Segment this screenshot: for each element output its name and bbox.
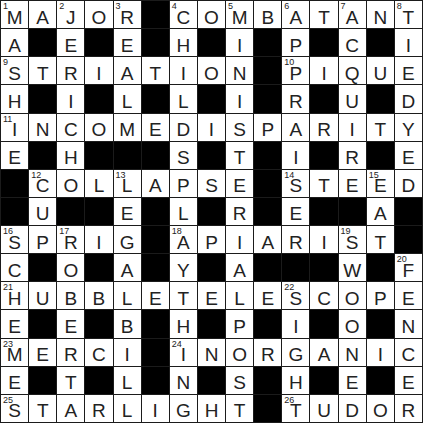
cell-letter: I [237,31,242,55]
grid-cell[interactable]: M [114,114,142,142]
grid-cell[interactable]: T [142,57,170,85]
grid-cell[interactable]: R [282,85,310,113]
block-cell [254,367,282,395]
cell-letter: H [289,368,303,392]
grid-cell[interactable]: T [29,395,57,423]
block-cell [114,142,142,170]
grid-cell[interactable]: R [226,198,254,226]
grid-cell[interactable]: I [282,310,310,338]
cell-letter: N [233,59,247,83]
cell-letter: O [204,59,219,83]
cell-letter: I [321,228,326,252]
grid-cell[interactable]: T [310,170,338,198]
cell-letter: E [8,368,21,392]
cell-letter: L [178,199,189,223]
grid-cell[interactable]: P [170,170,198,198]
grid-cell[interactable]: R [339,142,367,170]
grid-cell[interactable]: C [310,282,338,310]
grid-cell[interactable]: L [85,170,113,198]
cell-letter: E [121,199,134,223]
grid-cell[interactable]: E [142,282,170,310]
cell-letter: E [402,284,415,308]
cell-letter: A [64,396,77,420]
grid-cell[interactable]: C [85,339,113,367]
grid-cell[interactable]: E [282,198,310,226]
grid-cell[interactable]: P [29,226,57,254]
crossword-grid: 1MA2JO3R4CO5MB6AT7AN8TAEEHIPCI9STRIATION… [0,0,423,423]
clue-number: 3 [116,2,121,11]
grid-cell[interactable]: 3R [114,1,142,29]
block-cell [254,29,282,57]
grid-cell[interactable]: O [339,282,367,310]
grid-cell[interactable]: A [367,198,395,226]
grid-cell[interactable]: A [226,254,254,282]
cell-letter: P [177,171,190,195]
block-cell [85,29,113,57]
grid-cell[interactable]: I [114,339,142,367]
block-cell [29,142,57,170]
grid-cell[interactable]: I [282,142,310,170]
grid-cell[interactable]: U [29,282,57,310]
grid-cell[interactable]: R [57,339,85,367]
clue-number: 6 [284,2,289,11]
cell-letter: T [37,59,49,83]
block-cell [254,395,282,423]
block-cell [1,198,29,226]
cell-letter: H [176,312,190,336]
grid-cell[interactable]: L [170,198,198,226]
grid-cell[interactable]: E [395,282,423,310]
grid-cell[interactable]: E [254,282,282,310]
grid-cell[interactable]: R [57,57,85,85]
block-cell [254,57,282,85]
grid-cell[interactable]: Q [339,57,367,85]
cell-letter: O [345,312,360,336]
grid-cell[interactable]: 2J [57,1,85,29]
cell-letter: H [8,87,22,111]
cell-letter: A [318,340,331,364]
grid-cell[interactable]: A [1,29,29,57]
grid-cell[interactable]: P [282,29,310,57]
grid-cell[interactable]: E [142,114,170,142]
grid-cell[interactable]: E [1,367,29,395]
grid-cell[interactable]: I [226,226,254,254]
grid-cell[interactable]: U [29,198,57,226]
grid-cell[interactable]: C [57,114,85,142]
grid-cell[interactable]: I [395,29,423,57]
grid-cell[interactable]: N [226,57,254,85]
grid-cell[interactable]: G [170,395,198,423]
grid-cell[interactable]: U [310,395,338,423]
cell-letter: A [290,3,303,27]
grid-cell[interactable]: I [57,85,85,113]
grid-cell[interactable]: S [170,142,198,170]
grid-cell[interactable]: E [1,142,29,170]
cell-letter: U [373,59,387,83]
grid-cell[interactable]: H [57,142,85,170]
cell-letter: B [93,284,106,308]
clue-number: 9 [3,58,8,67]
grid-cell[interactable]: T [57,367,85,395]
grid-cell[interactable]: O [198,57,226,85]
grid-cell[interactable]: 9S [1,57,29,85]
cell-letter: E [8,312,21,336]
cell-letter: R [64,340,78,364]
grid-cell[interactable]: E [339,170,367,198]
grid-cell[interactable]: 8T [395,1,423,29]
clue-number: 23 [3,340,13,349]
grid-cell[interactable]: H [170,29,198,57]
grid-cell[interactable]: N [367,1,395,29]
grid-cell[interactable]: H [170,310,198,338]
grid-cell[interactable]: T [226,395,254,423]
cell-letter: D [402,87,416,111]
block-cell [198,85,226,113]
cell-letter: G [120,228,135,252]
grid-cell[interactable]: Y [170,254,198,282]
cell-letter: S [233,368,246,392]
grid-cell[interactable]: B [57,282,85,310]
cell-letter: C [402,340,416,364]
grid-cell[interactable]: 6A [282,1,310,29]
block-cell [367,85,395,113]
grid-cell[interactable]: L [114,395,142,423]
block-cell [282,254,310,282]
grid-cell[interactable]: Y [395,114,423,142]
block-cell [254,198,282,226]
grid-cell[interactable]: E [1,310,29,338]
block-cell [198,29,226,57]
grid-cell[interactable]: 19S [339,226,367,254]
grid-cell[interactable]: 11I [1,114,29,142]
grid-cell[interactable]: T [29,57,57,85]
grid-cell[interactable]: H [282,367,310,395]
clue-number: 5 [228,2,233,11]
grid-cell[interactable]: A [29,1,57,29]
cell-letter: I [321,59,326,83]
grid-cell[interactable]: L [114,367,142,395]
grid-cell[interactable]: E [339,367,367,395]
cell-letter: R [289,87,303,111]
cell-letter: C [8,256,22,280]
grid-cell[interactable]: U [339,85,367,113]
grid-cell[interactable]: 4C [170,1,198,29]
grid-cell[interactable]: L [170,85,198,113]
grid-cell[interactable]: 13L [114,170,142,198]
clue-number: 14 [284,171,294,180]
grid-cell[interactable]: 20F [395,254,423,282]
cell-letter: U [36,284,50,308]
cell-letter: R [120,3,134,27]
cell-letter: E [402,143,415,167]
grid-cell[interactable]: G [114,226,142,254]
cell-letter: R [233,199,247,223]
block-cell [198,310,226,338]
grid-cell[interactable]: O [85,1,113,29]
grid-cell[interactable]: 17R [57,226,85,254]
cell-letter: T [178,284,190,308]
grid-cell[interactable]: L [226,282,254,310]
grid-cell[interactable]: H [1,85,29,113]
grid-cell[interactable]: T [170,282,198,310]
cell-letter: I [293,143,298,167]
cell-letter: T [149,59,161,83]
grid-cell[interactable]: I [310,57,338,85]
block-cell [85,254,113,282]
grid-cell[interactable]: A [57,395,85,423]
grid-cell[interactable]: R [282,226,310,254]
grid-cell[interactable]: A [282,114,310,142]
block-cell [29,310,57,338]
grid-cell[interactable]: D [395,170,423,198]
cell-letter: T [65,368,77,392]
block-cell [142,367,170,395]
block-cell [85,85,113,113]
grid-cell[interactable]: A [310,339,338,367]
grid-cell[interactable]: 12C [29,170,57,198]
grid-cell[interactable]: I [310,226,338,254]
cell-letter: E [346,368,359,392]
grid-cell[interactable]: 25S [1,395,29,423]
cell-letter: N [176,368,190,392]
grid-cell[interactable]: R [395,395,423,423]
cell-letter: S [177,143,190,167]
grid-cell[interactable]: R [254,339,282,367]
grid-cell[interactable]: 14S [282,170,310,198]
cell-letter: I [237,87,242,111]
block-cell [254,142,282,170]
cell-letter: Q [345,59,360,83]
grid-cell[interactable]: P [367,282,395,310]
grid-cell[interactable]: 22S [282,282,310,310]
grid-cell[interactable]: A [142,170,170,198]
grid-cell[interactable]: I [170,57,198,85]
grid-cell[interactable]: 15E [367,170,395,198]
clue-number: 8 [397,2,402,11]
grid-cell[interactable]: B [254,1,282,29]
grid-cell[interactable]: A [114,57,142,85]
grid-cell[interactable]: I [339,114,367,142]
grid-cell[interactable]: 1M [1,1,29,29]
grid-cell[interactable]: N [395,310,423,338]
grid-cell[interactable]: I [226,29,254,57]
cell-letter: L [122,284,133,308]
grid-cell[interactable]: N [29,114,57,142]
clue-number: 1 [3,2,8,11]
block-cell [198,367,226,395]
grid-cell[interactable]: O [226,339,254,367]
cell-letter: P [36,228,49,252]
cell-letter: H [64,143,78,167]
cell-letter: E [36,340,49,364]
block-cell [29,85,57,113]
cell-letter: J [66,3,76,27]
grid-cell[interactable]: E [395,57,423,85]
grid-cell[interactable]: T [367,114,395,142]
grid-cell[interactable]: 21H [1,282,29,310]
grid-cell[interactable]: N [339,339,367,367]
clue-number: 19 [341,227,351,236]
block-cell [367,254,395,282]
grid-cell[interactable]: I [142,395,170,423]
cell-letter: A [290,115,303,139]
grid-cell[interactable]: E [226,170,254,198]
grid-cell[interactable]: G [282,339,310,367]
cell-letter: I [378,340,383,364]
grid-cell[interactable]: 5M [226,1,254,29]
grid-cell[interactable]: 23M [1,339,29,367]
cell-letter: I [153,396,158,420]
grid-cell[interactable]: O [367,395,395,423]
cell-letter: A [121,59,134,83]
cell-letter: I [181,59,186,83]
grid-cell[interactable]: E [114,198,142,226]
cell-letter: G [289,340,304,364]
grid-cell[interactable]: 10P [282,57,310,85]
grid-cell[interactable]: S [198,170,226,198]
block-cell [254,310,282,338]
cell-letter: B [121,312,134,336]
grid-cell[interactable]: E [114,29,142,57]
grid-cell[interactable]: I [198,114,226,142]
cell-letter: S [233,115,246,139]
grid-cell[interactable]: U [367,57,395,85]
grid-cell[interactable]: O [57,254,85,282]
cell-letter: B [261,3,274,27]
cell-letter: R [317,115,331,139]
cell-letter: T [234,396,246,420]
grid-cell[interactable]: T [226,142,254,170]
grid-cell[interactable]: E [57,29,85,57]
grid-cell[interactable]: O [57,170,85,198]
cell-letter: O [92,3,107,27]
cell-letter: I [96,228,101,252]
cell-letter: I [12,115,17,139]
grid-cell[interactable]: L [114,282,142,310]
grid-cell[interactable]: P [226,310,254,338]
cell-letter: I [96,59,101,83]
grid-cell[interactable]: D [170,114,198,142]
cell-letter: L [178,87,189,111]
block-cell [198,142,226,170]
clue-number: 7 [341,2,346,11]
grid-cell[interactable]: S [226,114,254,142]
grid-cell[interactable]: N [170,367,198,395]
grid-cell[interactable]: W [339,254,367,282]
grid-cell[interactable]: E [395,367,423,395]
grid-cell[interactable]: E [198,282,226,310]
cell-letter: M [7,3,23,27]
block-cell [142,310,170,338]
grid-cell[interactable]: I [367,339,395,367]
grid-cell[interactable]: C [339,29,367,57]
block-cell [142,85,170,113]
block-cell [85,367,113,395]
grid-cell[interactable]: S [226,367,254,395]
grid-cell[interactable]: D [395,85,423,113]
clue-number: 24 [172,340,182,349]
block-cell [310,29,338,57]
grid-cell[interactable]: P [198,226,226,254]
cell-letter: O [373,396,388,420]
cell-letter: I [209,115,214,139]
grid-cell[interactable]: A [114,254,142,282]
grid-cell[interactable]: 24I [170,339,198,367]
grid-cell[interactable]: A [254,226,282,254]
grid-cell[interactable]: D [339,395,367,423]
cell-letter: C [345,31,359,55]
grid-cell[interactable]: O [85,114,113,142]
grid-cell[interactable]: C [395,339,423,367]
cell-letter: C [64,115,78,139]
block-cell [339,198,367,226]
cell-letter: T [234,143,246,167]
cell-letter: N [345,340,359,364]
grid-cell[interactable]: E [395,142,423,170]
cell-letter: E [233,171,246,195]
block-cell [310,198,338,226]
cell-letter: H [205,396,219,420]
grid-cell[interactable]: B [114,310,142,338]
grid-cell[interactable]: R [85,395,113,423]
grid-cell[interactable]: H [198,395,226,423]
clue-number: 4 [172,2,177,11]
block-cell [395,198,423,226]
block-cell [395,226,423,254]
grid-cell[interactable]: C [1,254,29,282]
grid-cell[interactable]: E [29,339,57,367]
cell-letter: O [63,256,78,280]
cell-letter: I [293,312,298,336]
grid-cell[interactable]: E [57,310,85,338]
grid-cell[interactable]: 18A [170,226,198,254]
clue-number: 10 [284,58,294,67]
grid-cell[interactable]: N [198,339,226,367]
cell-letter: A [8,31,21,55]
grid-cell[interactable]: B [85,282,113,310]
cell-letter: D [345,396,359,420]
grid-cell[interactable]: 26T [282,395,310,423]
cell-letter: P [290,31,303,55]
grid-cell[interactable]: O [339,310,367,338]
cell-letter: T [403,3,415,27]
clue-number: 13 [116,171,126,180]
grid-cell[interactable]: T [310,1,338,29]
cell-letter: E [346,171,359,195]
grid-cell[interactable]: R [310,114,338,142]
grid-cell[interactable]: I [85,57,113,85]
grid-cell[interactable]: I [226,85,254,113]
grid-cell[interactable]: L [114,85,142,113]
grid-cell[interactable]: O [198,1,226,29]
cell-letter: C [317,284,331,308]
grid-cell[interactable]: 16S [1,226,29,254]
cell-letter: B [64,284,77,308]
clue-number: 11 [3,115,12,124]
clue-number: 15 [369,171,379,180]
block-cell [254,85,282,113]
grid-cell[interactable]: P [254,114,282,142]
cell-letter: A [346,3,359,27]
block-cell [310,367,338,395]
grid-cell[interactable]: 7A [339,1,367,29]
cell-letter: E [261,284,274,308]
cell-letter: A [36,3,49,27]
grid-cell[interactable]: I [85,226,113,254]
grid-cell[interactable]: T [367,226,395,254]
block-cell [85,310,113,338]
clue-number: 2 [59,2,64,11]
